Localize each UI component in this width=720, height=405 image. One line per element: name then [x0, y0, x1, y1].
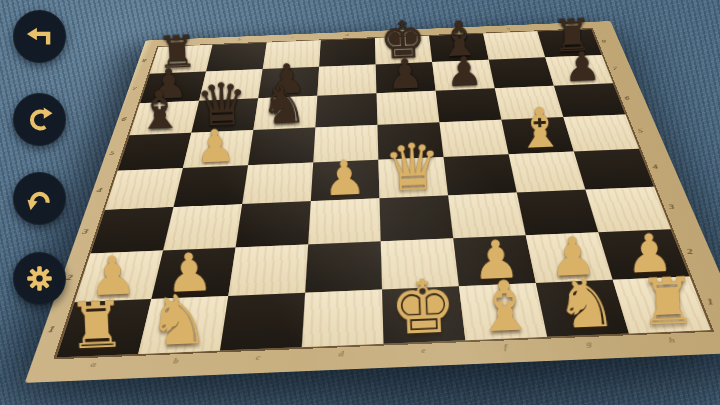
back-button[interactable]	[13, 10, 66, 63]
white-knight-g1[interactable]: ♞	[543, 254, 628, 339]
square-b5[interactable]: ♟	[183, 130, 253, 168]
rank-label-6-right: 6	[624, 95, 631, 101]
square-h7[interactable]: ♟	[545, 55, 613, 86]
chess-board-grid: ♜♚♝♜♟♟♟♟♟♝♛♞♟♝♟♛♟♟♟♟♟♜♞♚♝♞♜	[56, 29, 710, 358]
square-b4[interactable]	[174, 165, 249, 207]
white-king-e1[interactable]: ♚	[380, 261, 465, 346]
square-h1[interactable]: ♜	[613, 277, 711, 334]
square-c3[interactable]	[236, 201, 311, 247]
square-c2[interactable]	[228, 244, 308, 296]
return-arrow-icon	[25, 22, 55, 52]
square-c6[interactable]: ♞	[253, 96, 317, 130]
square-e1[interactable]: ♚	[382, 286, 465, 344]
square-h5[interactable]	[563, 114, 639, 151]
square-c1[interactable]	[220, 293, 305, 351]
file-label-b-bottom: b	[173, 357, 180, 366]
undo-button[interactable]	[13, 172, 66, 225]
white-knight-b1[interactable]: ♞	[136, 271, 221, 356]
square-d6[interactable]	[315, 93, 377, 127]
white-rook-h1[interactable]: ♜	[625, 251, 710, 336]
square-f4[interactable]	[444, 154, 517, 195]
square-g7[interactable]	[489, 57, 554, 88]
file-label-h-bottom: h	[668, 336, 677, 344]
square-f6[interactable]	[436, 88, 502, 122]
board-wooden-frame: ♜♚♝♜♟♟♟♟♟♝♛♞♟♝♟♛♟♟♟♟♟♜♞♚♝♞♜ 887766554433…	[25, 21, 720, 383]
square-d2[interactable]	[305, 241, 382, 292]
left-toolbar	[0, 0, 80, 405]
file-label-f-bottom: f	[503, 343, 508, 351]
rank-label-6-left: 6	[121, 116, 128, 122]
black-pawn-e7[interactable]: ♟	[374, 34, 435, 95]
white-pawn-b5[interactable]: ♟	[181, 102, 249, 170]
square-a5[interactable]	[118, 133, 192, 171]
gear-icon	[24, 263, 55, 294]
square-e6[interactable]	[377, 91, 440, 125]
square-h4[interactable]	[574, 149, 654, 190]
square-e3[interactable]	[379, 195, 453, 241]
square-d3[interactable]	[308, 198, 381, 244]
square-d4[interactable]: ♟	[311, 160, 380, 201]
rank-label-7-right: 7	[612, 66, 619, 71]
white-queen-e4[interactable]: ♛	[377, 129, 448, 200]
file-label-c-top: c	[291, 35, 294, 39]
file-label-g-top: g	[506, 26, 510, 30]
square-b1[interactable]: ♞	[138, 296, 228, 354]
square-g4[interactable]	[509, 152, 586, 193]
white-bishop-g5[interactable]: ♝	[506, 89, 574, 157]
black-pawn-f7[interactable]: ♟	[433, 31, 494, 92]
rank-label-4-left: 4	[96, 186, 104, 193]
square-e4[interactable]: ♛	[378, 157, 448, 198]
rank-label-5-left: 5	[109, 150, 116, 156]
chess-scene: ♜♚♝♜♟♟♟♟♟♝♛♞♟♝♟♛♟♟♟♟♟♜♞♚♝♞♜ 887766554433…	[0, 0, 720, 405]
redo-clockwise-arrow-icon	[25, 105, 55, 135]
black-knight-c6[interactable]: ♞	[251, 68, 315, 132]
white-bishop-f1[interactable]: ♝	[462, 258, 547, 343]
settings-button[interactable]	[13, 252, 66, 305]
rank-label-4-right: 4	[651, 163, 659, 170]
square-g5[interactable]: ♝	[501, 117, 573, 154]
redo-button[interactable]	[13, 93, 66, 146]
chess-board-3d: ♜♚♝♜♟♟♟♟♟♝♛♞♟♝♟♛♟♟♟♟♟♜♞♚♝♞♜ 887766554433…	[25, 21, 720, 383]
square-g1[interactable]: ♞	[536, 280, 629, 337]
undo-counterclockwise-arrow-icon	[25, 184, 55, 214]
square-d8[interactable]	[319, 38, 376, 67]
white-pawn-d4[interactable]: ♟	[308, 132, 379, 203]
file-label-d-bottom: d	[339, 350, 344, 359]
square-f5[interactable]	[439, 120, 508, 157]
square-f1[interactable]: ♝	[459, 283, 547, 340]
file-label-d-top: d	[345, 33, 348, 37]
file-label-a-bottom: a	[90, 360, 98, 369]
square-a4[interactable]	[105, 168, 183, 210]
square-c4[interactable]	[242, 162, 313, 204]
file-label-b-top: b	[238, 38, 242, 42]
square-c5[interactable]	[248, 127, 315, 165]
square-e7[interactable]: ♟	[376, 62, 436, 93]
square-d7[interactable]	[317, 64, 376, 95]
file-label-e-bottom: e	[421, 347, 426, 355]
square-d1[interactable]	[302, 289, 384, 347]
file-label-g-bottom: g	[585, 340, 592, 348]
rank-label-5-right: 5	[637, 128, 644, 134]
square-f7[interactable]: ♟	[432, 60, 495, 91]
file-label-c-bottom: c	[256, 353, 262, 362]
black-pawn-h7[interactable]: ♟	[551, 26, 612, 87]
